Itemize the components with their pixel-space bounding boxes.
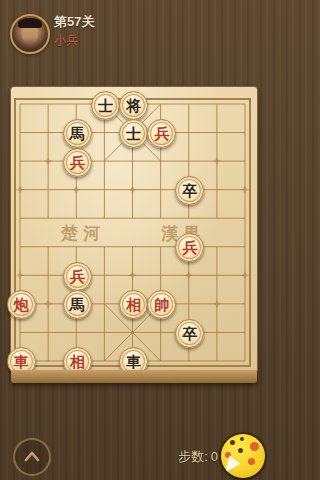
step-counter: 步数:0 bbox=[178, 448, 218, 466]
collapse-button[interactable] bbox=[13, 438, 51, 476]
mascot-spot bbox=[230, 440, 235, 445]
mascot-spot bbox=[248, 458, 255, 465]
app-screen: 第57关 小兵 楚河 漢界 士将馬士兵兵卒兵兵炮馬相帥卒車相車 步数:0 bbox=[0, 0, 269, 480]
piece-red-soldier[interactable]: 兵 bbox=[63, 262, 92, 291]
piece-black-soldier[interactable]: 卒 bbox=[175, 319, 204, 348]
board-front-edge bbox=[11, 370, 257, 383]
level-label: 第57关 bbox=[54, 13, 94, 31]
mascot-spot bbox=[240, 437, 244, 441]
mascot-spot bbox=[238, 448, 243, 453]
step-counter-value: 0 bbox=[211, 449, 218, 464]
step-counter-label: 步数: bbox=[178, 449, 208, 464]
opponent-name: 小兵 bbox=[54, 32, 78, 49]
piece-red-soldier[interactable]: 兵 bbox=[63, 148, 92, 177]
chevron-up-icon bbox=[23, 450, 41, 464]
piece-red-soldier[interactable]: 兵 bbox=[147, 119, 176, 148]
piece-red-cannon[interactable]: 炮 bbox=[7, 290, 36, 319]
piece-black-advisor[interactable]: 士 bbox=[119, 119, 148, 148]
mascot-chick-icon[interactable] bbox=[221, 434, 265, 478]
opponent-avatar[interactable] bbox=[10, 14, 50, 54]
piece-black-advisor[interactable]: 士 bbox=[91, 91, 120, 120]
mascot-spot bbox=[250, 442, 259, 451]
piece-black-general[interactable]: 将 bbox=[119, 91, 148, 120]
river-text-left: 楚河 bbox=[60, 224, 105, 243]
piece-black-horse[interactable]: 馬 bbox=[63, 290, 92, 319]
header-bar: 第57关 小兵 bbox=[0, 0, 269, 62]
avatar-hair bbox=[18, 18, 42, 28]
mascot-beak bbox=[221, 455, 240, 476]
piece-black-horse[interactable]: 馬 bbox=[63, 119, 92, 148]
